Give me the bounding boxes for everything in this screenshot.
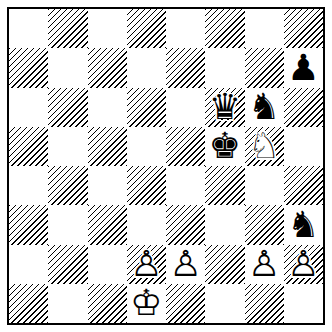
square-d8 bbox=[127, 9, 166, 48]
square-e4 bbox=[166, 166, 205, 205]
chess-board: ♟♛♞♚♞♘♞♟♙♟♙♟♙♟♙♚♔ bbox=[9, 9, 323, 323]
square-f3 bbox=[205, 205, 244, 244]
square-c7 bbox=[88, 48, 127, 87]
square-h2: ♟♙ bbox=[284, 245, 323, 284]
square-d6 bbox=[127, 88, 166, 127]
black-knight-piece: ♞ bbox=[284, 205, 323, 244]
white-pawn-piece: ♟♙ bbox=[127, 245, 166, 284]
white-king-piece: ♚♔ bbox=[127, 284, 166, 323]
square-g6: ♞ bbox=[245, 88, 284, 127]
square-g8 bbox=[245, 9, 284, 48]
square-b7 bbox=[48, 48, 87, 87]
square-h1 bbox=[284, 284, 323, 323]
white-knight-piece: ♞♘ bbox=[245, 127, 284, 166]
square-a2 bbox=[9, 245, 48, 284]
square-d7 bbox=[127, 48, 166, 87]
square-e2: ♟♙ bbox=[166, 245, 205, 284]
square-e8 bbox=[166, 9, 205, 48]
square-d3 bbox=[127, 205, 166, 244]
white-pawn-piece: ♟♙ bbox=[284, 245, 323, 284]
square-f4 bbox=[205, 166, 244, 205]
square-h3: ♞ bbox=[284, 205, 323, 244]
square-d2: ♟♙ bbox=[127, 245, 166, 284]
square-e1 bbox=[166, 284, 205, 323]
square-b2 bbox=[48, 245, 87, 284]
black-pawn-piece: ♟ bbox=[284, 48, 323, 87]
square-a7 bbox=[9, 48, 48, 87]
square-a5 bbox=[9, 127, 48, 166]
square-e6 bbox=[166, 88, 205, 127]
square-h5 bbox=[284, 127, 323, 166]
square-a3 bbox=[9, 205, 48, 244]
square-f2 bbox=[205, 245, 244, 284]
square-a4 bbox=[9, 166, 48, 205]
black-knight-piece: ♞ bbox=[245, 88, 284, 127]
square-h4 bbox=[284, 166, 323, 205]
white-pawn-piece: ♟♙ bbox=[166, 245, 205, 284]
black-queen-piece: ♛ bbox=[205, 88, 244, 127]
black-king-piece: ♚ bbox=[205, 127, 244, 166]
square-f6: ♛ bbox=[205, 88, 244, 127]
square-f1 bbox=[205, 284, 244, 323]
square-d4 bbox=[127, 166, 166, 205]
square-b6 bbox=[48, 88, 87, 127]
square-d5 bbox=[127, 127, 166, 166]
square-f8 bbox=[205, 9, 244, 48]
square-c8 bbox=[88, 9, 127, 48]
square-b5 bbox=[48, 127, 87, 166]
square-e7 bbox=[166, 48, 205, 87]
square-h7: ♟ bbox=[284, 48, 323, 87]
square-b1 bbox=[48, 284, 87, 323]
square-b8 bbox=[48, 9, 87, 48]
square-c5 bbox=[88, 127, 127, 166]
chess-diagram-frame: ♟♛♞♚♞♘♞♟♙♟♙♟♙♟♙♚♔ bbox=[7, 7, 325, 325]
square-c1 bbox=[88, 284, 127, 323]
square-g4 bbox=[245, 166, 284, 205]
square-e5 bbox=[166, 127, 205, 166]
white-pawn-piece: ♟♙ bbox=[245, 245, 284, 284]
square-b3 bbox=[48, 205, 87, 244]
square-f5: ♚ bbox=[205, 127, 244, 166]
square-d1: ♚♔ bbox=[127, 284, 166, 323]
square-a1 bbox=[9, 284, 48, 323]
square-c3 bbox=[88, 205, 127, 244]
square-h6 bbox=[284, 88, 323, 127]
square-e3 bbox=[166, 205, 205, 244]
square-c4 bbox=[88, 166, 127, 205]
square-c6 bbox=[88, 88, 127, 127]
square-f7 bbox=[205, 48, 244, 87]
square-b4 bbox=[48, 166, 87, 205]
square-a8 bbox=[9, 9, 48, 48]
square-g1 bbox=[245, 284, 284, 323]
square-g2: ♟♙ bbox=[245, 245, 284, 284]
square-g3 bbox=[245, 205, 284, 244]
square-a6 bbox=[9, 88, 48, 127]
square-g7 bbox=[245, 48, 284, 87]
square-h8 bbox=[284, 9, 323, 48]
square-c2 bbox=[88, 245, 127, 284]
square-g5: ♞♘ bbox=[245, 127, 284, 166]
